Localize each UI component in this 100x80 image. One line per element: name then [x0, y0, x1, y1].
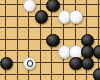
- last-move-marker: [27, 60, 34, 67]
- white-stone[interactable]: [69, 10, 82, 23]
- black-stone[interactable]: [93, 68, 100, 80]
- black-stone[interactable]: [35, 10, 48, 23]
- black-stone[interactable]: [0, 57, 13, 70]
- white-stone[interactable]: [23, 57, 36, 70]
- go-board[interactable]: [0, 0, 100, 80]
- white-stone[interactable]: [23, 0, 36, 12]
- black-stone[interactable]: [81, 57, 94, 70]
- grid-line-vertical: [17, 0, 18, 80]
- black-stone[interactable]: [46, 0, 59, 12]
- black-stone[interactable]: [46, 34, 59, 47]
- grid-line-horizontal: [0, 27, 100, 28]
- black-stone[interactable]: [93, 45, 100, 58]
- grid-line-horizontal: [0, 74, 100, 75]
- grid-line-horizontal: [0, 16, 100, 17]
